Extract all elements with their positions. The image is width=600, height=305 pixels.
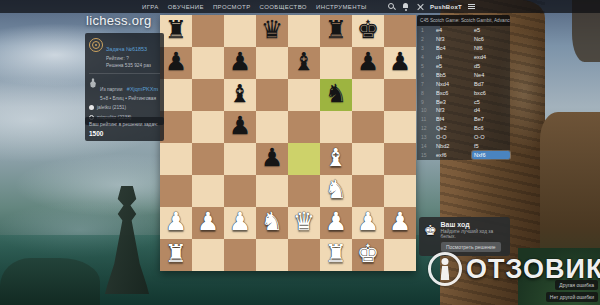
square-c3[interactable] bbox=[224, 175, 256, 207]
white-knight-d2: ♞ bbox=[256, 207, 288, 239]
square-a4[interactable] bbox=[160, 143, 192, 175]
square-a7[interactable]: ♟ bbox=[160, 47, 192, 79]
move-8-white[interactable]: Bxc6 bbox=[434, 89, 472, 97]
square-f7[interactable] bbox=[320, 47, 352, 79]
user-rating-label: Ваш рейтинг в решении задач: bbox=[89, 121, 160, 128]
move-6-black[interactable]: Ne4 bbox=[472, 71, 510, 79]
square-h7[interactable]: ♟ bbox=[384, 47, 416, 79]
move-2-black[interactable]: Nc6 bbox=[472, 35, 510, 43]
move-number: 10 bbox=[417, 107, 434, 113]
move-number: 1 bbox=[417, 27, 434, 33]
move-15-white[interactable]: exf6 bbox=[434, 151, 472, 159]
square-h6[interactable] bbox=[384, 79, 416, 111]
move-row-4: 4d4exd4 bbox=[417, 53, 510, 62]
move-6-white[interactable]: Bb5 bbox=[434, 71, 472, 79]
move-3-white[interactable]: Bc4 bbox=[434, 44, 472, 52]
square-h2[interactable]: ♟ bbox=[384, 207, 416, 239]
white-knight-f3: ♞ bbox=[320, 175, 352, 207]
move-9-white[interactable]: Be3 bbox=[434, 98, 472, 106]
square-g4[interactable] bbox=[352, 143, 384, 175]
move-3-black[interactable]: Nf6 bbox=[472, 44, 510, 52]
move-4-black[interactable]: exd4 bbox=[472, 53, 510, 61]
black-bishop-e7: ♝ bbox=[288, 47, 320, 79]
square-b8[interactable] bbox=[192, 15, 224, 47]
move-5-white[interactable]: e5 bbox=[434, 62, 472, 70]
divider bbox=[89, 73, 160, 74]
move-row-10: 10Nf3d4 bbox=[417, 106, 510, 115]
move-number: 14 bbox=[417, 143, 434, 149]
your-move-label: Ваш ход bbox=[441, 221, 505, 228]
move-number: 8 bbox=[417, 90, 434, 96]
square-f1[interactable]: ♜ bbox=[320, 239, 352, 271]
black-pawn-h7: ♟ bbox=[384, 47, 416, 79]
move-2-white[interactable]: Nf3 bbox=[434, 35, 472, 43]
move-number: 7 bbox=[417, 81, 434, 87]
hamburger-menu-icon[interactable] bbox=[468, 4, 475, 9]
square-a2[interactable]: ♟ bbox=[160, 207, 192, 239]
turn-panel: ♚ Ваш ход Найдите лучший ход за белых. П… bbox=[419, 217, 510, 256]
white-queen-e2: ♛ bbox=[288, 207, 320, 239]
square-c2[interactable]: ♟ bbox=[224, 207, 256, 239]
move-12-white[interactable]: Qe2 bbox=[434, 124, 472, 132]
challenge-icon[interactable] bbox=[416, 3, 424, 11]
white-pawn-h2: ♟ bbox=[384, 207, 416, 239]
square-c5[interactable]: ♟ bbox=[224, 111, 256, 143]
move-row-2: 2Nf3Nc6 bbox=[417, 35, 510, 44]
black-pawn-g7: ♟ bbox=[352, 47, 384, 79]
bell-icon[interactable] bbox=[402, 3, 410, 11]
white-player: jaletku (2151) bbox=[97, 104, 126, 111]
move-row-6: 6Bb5Ne4 bbox=[417, 70, 510, 79]
left-shore-rocks bbox=[0, 258, 100, 305]
move-number: 9 bbox=[417, 99, 434, 105]
white-rook-f1: ♜ bbox=[320, 239, 352, 271]
move-row-1: 1e4e5 bbox=[417, 26, 510, 35]
move-10-black[interactable]: d4 bbox=[472, 106, 510, 114]
move-7-white[interactable]: Nxd4 bbox=[434, 80, 472, 88]
chess-board[interactable]: ♜♛♜♚♟♟♝♟♟♝♞♟♟♝♞♟♟♟♞♛♟♟♟♜♜♚ bbox=[160, 15, 416, 271]
square-e3[interactable] bbox=[288, 175, 320, 207]
move-14-white[interactable]: Nbd2 bbox=[434, 142, 472, 150]
square-d7[interactable] bbox=[256, 47, 288, 79]
square-b4[interactable] bbox=[192, 143, 224, 175]
move-row-13: 13O-OO-O bbox=[417, 133, 510, 142]
square-f6[interactable]: ♞ bbox=[320, 79, 352, 111]
square-c1[interactable] bbox=[224, 239, 256, 271]
game-info: 5+8 • Блиц • Рейтинговая bbox=[100, 95, 158, 102]
move-number: 3 bbox=[417, 45, 434, 51]
black-pawn-a7: ♟ bbox=[160, 47, 192, 79]
move-14-black[interactable]: f5 bbox=[472, 142, 510, 150]
square-e4[interactable] bbox=[288, 143, 320, 175]
black-knight-f6: ♞ bbox=[320, 79, 352, 111]
move-number: 13 bbox=[417, 134, 434, 140]
move-13-white[interactable]: O-O bbox=[434, 133, 472, 141]
flame-icon bbox=[89, 78, 97, 88]
square-d8[interactable]: ♛ bbox=[256, 15, 288, 47]
move-row-11: 11Bf4Be7 bbox=[417, 115, 510, 124]
black-queen-d8: ♛ bbox=[256, 15, 288, 47]
puzzle-played: Решена 535 924 раз bbox=[106, 62, 151, 69]
find-best-move-label: Найдите лучший ход за белых. bbox=[441, 229, 505, 239]
square-d2[interactable]: ♞ bbox=[256, 207, 288, 239]
black-bishop-c6: ♝ bbox=[224, 79, 256, 111]
square-a6[interactable] bbox=[160, 79, 192, 111]
white-pawn-c2: ♟ bbox=[224, 207, 256, 239]
otzovik-logo-icon bbox=[428, 252, 462, 286]
square-c4[interactable] bbox=[224, 143, 256, 175]
nav-item-обучение[interactable]: ОБУЧЕНИЕ bbox=[168, 4, 204, 10]
move-number: 15 bbox=[417, 152, 434, 158]
corner-buttons: Другая ошибка Нет другой ошибки bbox=[546, 280, 598, 302]
square-c6[interactable]: ♝ bbox=[224, 79, 256, 111]
square-d3[interactable] bbox=[256, 175, 288, 207]
move-row-7: 7Nxd4Bd7 bbox=[417, 79, 510, 88]
move-row-12: 12Qe2Bc6 bbox=[417, 124, 510, 133]
square-g2[interactable]: ♟ bbox=[352, 207, 384, 239]
move-row-5: 5e5d5 bbox=[417, 62, 510, 71]
move-8-black[interactable]: bxc6 bbox=[472, 89, 510, 97]
corner-button-2[interactable]: Нет другой ошибки bbox=[546, 292, 598, 302]
square-f2[interactable]: ♟ bbox=[320, 207, 352, 239]
square-a1[interactable]: ♜ bbox=[160, 239, 192, 271]
square-b5[interactable] bbox=[192, 111, 224, 143]
view-solution-button[interactable]: Посмотреть решение bbox=[441, 242, 501, 252]
white-pawn-a2: ♟ bbox=[160, 207, 192, 239]
square-d6[interactable] bbox=[256, 79, 288, 111]
square-e2[interactable]: ♛ bbox=[288, 207, 320, 239]
target-icon bbox=[89, 38, 103, 52]
puzzle-info-panel: Задача №61853 Рейтинг: ? Решена 535 924 … bbox=[85, 33, 164, 125]
move-number: 2 bbox=[417, 36, 434, 42]
square-d5[interactable] bbox=[256, 111, 288, 143]
black-rook-f8: ♜ bbox=[320, 15, 352, 47]
white-king-g1: ♚ bbox=[352, 239, 384, 271]
move-number: 11 bbox=[417, 116, 434, 122]
user-rating-value: 1500 bbox=[89, 130, 160, 137]
black-rook-a8: ♜ bbox=[160, 15, 192, 47]
white-player-icon bbox=[89, 105, 94, 110]
square-b7[interactable] bbox=[192, 47, 224, 79]
opening-name: C45 Scotch Game: Scotch Gambit, Advance … bbox=[417, 15, 510, 26]
site-title: lichess.org bbox=[86, 13, 151, 28]
nav-item-сообщество[interactable]: СООБЩЕСТВО bbox=[260, 4, 307, 10]
square-e1[interactable] bbox=[288, 239, 320, 271]
move-number: 12 bbox=[417, 125, 434, 131]
black-king-g8: ♚ bbox=[352, 15, 384, 47]
square-g1[interactable]: ♚ bbox=[352, 239, 384, 271]
move-11-black[interactable]: Be7 bbox=[472, 115, 510, 123]
square-e8[interactable] bbox=[288, 15, 320, 47]
move-list: 1e4e52Nf3Nc63Bc4Nf64d4exd45e5d56Bb5Ne47N… bbox=[417, 26, 510, 160]
moves-panel: C45 Scotch Game: Scotch Gambit, Advance … bbox=[417, 15, 510, 160]
move-row-3: 3Bc4Nf6 bbox=[417, 44, 510, 53]
top-navbar: ИГРАОБУЧЕНИЕПРОСМОТРСООБЩЕСТВОИНСТРУМЕНТ… bbox=[0, 0, 600, 13]
square-h3[interactable] bbox=[384, 175, 416, 207]
square-b2[interactable]: ♟ bbox=[192, 207, 224, 239]
square-e5[interactable] bbox=[288, 111, 320, 143]
move-7-black[interactable]: Bd7 bbox=[472, 80, 510, 88]
square-h4[interactable] bbox=[384, 143, 416, 175]
game-link[interactable]: #XjqmPKXm bbox=[127, 86, 158, 92]
white-pawn-g2: ♟ bbox=[352, 207, 384, 239]
from-game-label: Из партии bbox=[100, 87, 122, 92]
move-11-white[interactable]: Bf4 bbox=[434, 115, 472, 123]
square-h1[interactable] bbox=[384, 239, 416, 271]
nav-item-инструменты[interactable]: ИНСТРУМЕНТЫ bbox=[316, 4, 367, 10]
square-g7[interactable]: ♟ bbox=[352, 47, 384, 79]
white-king-icon: ♚ bbox=[424, 223, 437, 237]
nav-menu: ИГРАОБУЧЕНИЕПРОСМОТРСООБЩЕСТВОИНСТРУМЕНТ… bbox=[142, 0, 367, 13]
move-15-black[interactable]: Nxf6 bbox=[472, 151, 510, 159]
square-f4[interactable]: ♝ bbox=[320, 143, 352, 175]
square-g6[interactable] bbox=[352, 79, 384, 111]
move-1-black[interactable]: e5 bbox=[472, 26, 510, 34]
square-d1[interactable] bbox=[256, 239, 288, 271]
move-5-black[interactable]: d5 bbox=[472, 62, 510, 70]
nav-item-игра[interactable]: ИГРА bbox=[142, 4, 159, 10]
square-g3[interactable] bbox=[352, 175, 384, 207]
square-f8[interactable]: ♜ bbox=[320, 15, 352, 47]
square-f3[interactable]: ♞ bbox=[320, 175, 352, 207]
square-h5[interactable] bbox=[384, 111, 416, 143]
move-10-white[interactable]: Nf3 bbox=[434, 106, 472, 114]
square-c7[interactable]: ♟ bbox=[224, 47, 256, 79]
square-g8[interactable]: ♚ bbox=[352, 15, 384, 47]
white-bishop-f4: ♝ bbox=[320, 143, 352, 175]
move-number: 5 bbox=[417, 63, 434, 69]
square-e6[interactable] bbox=[288, 79, 320, 111]
move-row-8: 8Bxc6bxc6 bbox=[417, 88, 510, 97]
corner-button-1[interactable]: Другая ошибка bbox=[555, 280, 598, 290]
move-1-white[interactable]: e4 bbox=[434, 26, 472, 34]
black-pawn-c7: ♟ bbox=[224, 47, 256, 79]
square-f5[interactable] bbox=[320, 111, 352, 143]
white-rook-a1: ♜ bbox=[160, 239, 192, 271]
square-a8[interactable]: ♜ bbox=[160, 15, 192, 47]
move-row-15: 15exf6Nxf6 bbox=[417, 150, 510, 159]
square-d4[interactable]: ♟ bbox=[256, 143, 288, 175]
white-pawn-f2: ♟ bbox=[320, 207, 352, 239]
square-a5[interactable] bbox=[160, 111, 192, 143]
user-rating-panel: Ваш рейтинг в решении задач: 1500 bbox=[85, 117, 164, 141]
black-pawn-d4: ♟ bbox=[256, 143, 288, 175]
move-row-14: 14Nbd2f5 bbox=[417, 142, 510, 151]
search-icon[interactable] bbox=[388, 3, 396, 11]
puzzle-rating: Рейтинг: ? bbox=[106, 55, 151, 62]
white-pawn-b2: ♟ bbox=[192, 207, 224, 239]
move-number: 4 bbox=[417, 54, 434, 60]
square-h8[interactable] bbox=[384, 15, 416, 47]
square-c8[interactable] bbox=[224, 15, 256, 47]
move-4-white[interactable]: d4 bbox=[434, 53, 472, 61]
square-b1[interactable] bbox=[192, 239, 224, 271]
move-12-black[interactable]: Bc6 bbox=[472, 124, 510, 132]
app-root: ИГРАОБУЧЕНИЕПРОСМОТРСООБЩЕСТВОИНСТРУМЕНТ… bbox=[0, 0, 600, 305]
nav-right: PushBoxT bbox=[388, 0, 475, 13]
move-9-black[interactable]: c5 bbox=[472, 98, 510, 106]
nav-item-просмотр[interactable]: ПРОСМОТР bbox=[213, 4, 251, 10]
square-b3[interactable] bbox=[192, 175, 224, 207]
move-13-black[interactable]: O-O bbox=[472, 133, 510, 141]
black-pawn-c5: ♟ bbox=[224, 111, 256, 143]
move-row-9: 9Be3c5 bbox=[417, 97, 510, 106]
square-g5[interactable] bbox=[352, 111, 384, 143]
square-b6[interactable] bbox=[192, 79, 224, 111]
square-e7[interactable]: ♝ bbox=[288, 47, 320, 79]
square-a3[interactable] bbox=[160, 175, 192, 207]
puzzle-link[interactable]: Задача №61853 bbox=[106, 46, 147, 52]
move-number: 6 bbox=[417, 72, 434, 78]
username[interactable]: PushBoxT bbox=[430, 4, 462, 10]
